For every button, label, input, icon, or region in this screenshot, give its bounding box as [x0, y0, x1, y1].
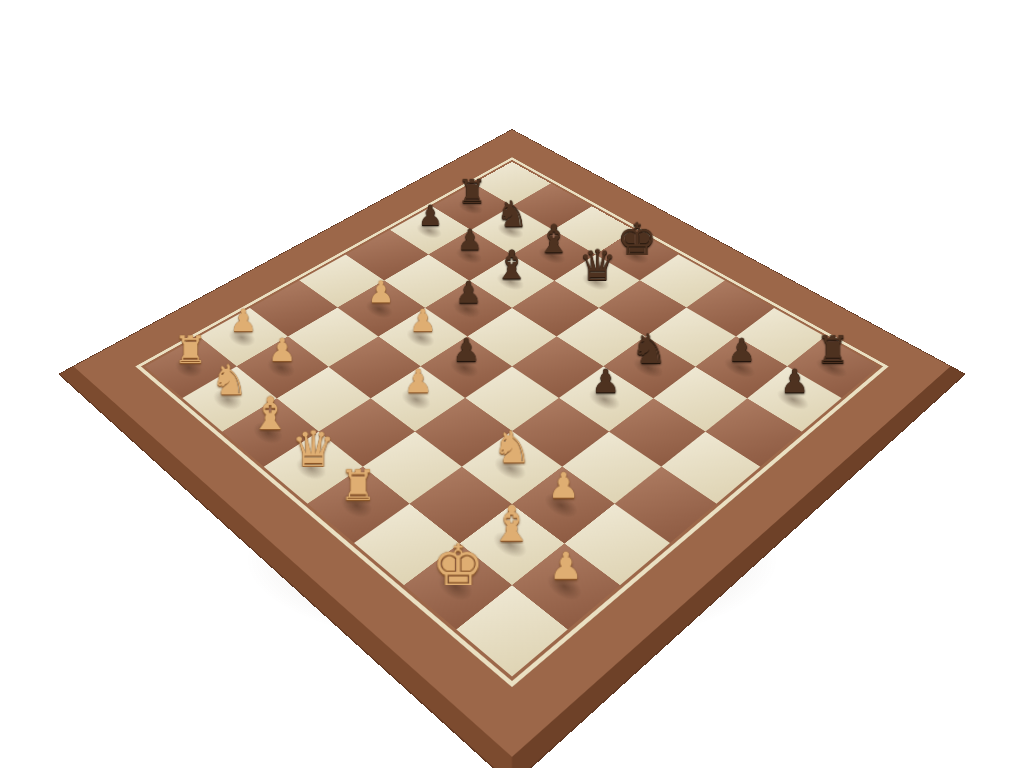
product-photo-scene: ♚♜♜♞♝♛♟♟♟♟♝♞♟♟♟♟♟♟♞♟♟♟♝♟♜♞♝♛♜♚: [0, 0, 1024, 768]
white-pawn-h2: ♟: [528, 527, 605, 604]
white-bishop-c1: ♝: [236, 379, 304, 447]
white-king-g1: ♚: [420, 527, 497, 604]
